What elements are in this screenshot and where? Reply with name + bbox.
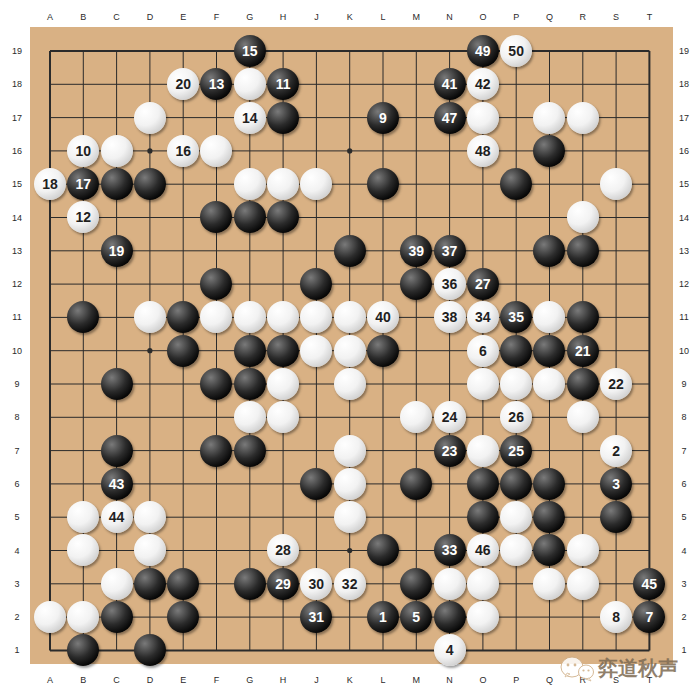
black-stone-C6: 43 xyxy=(101,468,133,500)
row-label-left-5: 5 xyxy=(14,512,19,522)
black-stone-G3 xyxy=(234,568,266,600)
intersection-O5 xyxy=(466,501,499,534)
white-stone-P4 xyxy=(500,534,532,566)
intersection-B14: 12 xyxy=(67,201,100,234)
row-label-right-4: 4 xyxy=(681,546,686,556)
white-stone-P8: 26 xyxy=(500,401,532,433)
black-stone-L17: 9 xyxy=(367,102,399,134)
black-stone-Q4 xyxy=(533,534,565,566)
intersection-S15 xyxy=(599,168,632,201)
row-label-right-11: 11 xyxy=(679,312,688,322)
intersection-K13 xyxy=(333,234,366,267)
white-stone-K11 xyxy=(334,301,366,333)
intersection-G3 xyxy=(233,567,266,600)
intersection-P5 xyxy=(500,501,533,534)
intersection-H9 xyxy=(266,367,299,400)
col-label-top-O: O xyxy=(479,12,486,22)
intersection-D15 xyxy=(133,168,166,201)
white-stone-S2: 8 xyxy=(600,601,632,633)
intersection-L11: 40 xyxy=(366,301,399,334)
intersection-G14 xyxy=(233,201,266,234)
intersection-P11: 35 xyxy=(500,301,533,334)
intersection-J15 xyxy=(300,168,333,201)
black-stone-H10 xyxy=(267,335,299,367)
white-stone-L11: 40 xyxy=(367,301,399,333)
col-label-bottom-G: G xyxy=(246,675,253,685)
row-label-right-3: 3 xyxy=(681,579,686,589)
intersection-P15 xyxy=(500,168,533,201)
intersection-G7 xyxy=(233,434,266,467)
white-stone-K7 xyxy=(334,435,366,467)
col-label-bottom-B: B xyxy=(80,675,86,685)
row-label-left-3: 3 xyxy=(14,579,19,589)
black-stone-L2: 1 xyxy=(367,601,399,633)
row-label-left-13: 13 xyxy=(12,246,22,256)
white-stone-S15 xyxy=(600,168,632,200)
intersection-J2: 31 xyxy=(300,600,333,633)
col-label-top-J: J xyxy=(314,12,319,22)
intersection-Q6 xyxy=(533,467,566,500)
intersection-N3 xyxy=(433,567,466,600)
white-stone-B5 xyxy=(67,501,99,533)
intersection-F11 xyxy=(200,301,233,334)
black-stone-F14 xyxy=(200,201,232,233)
black-stone-M3 xyxy=(400,568,432,600)
intersection-E18: 20 xyxy=(167,68,200,101)
white-stone-C5: 44 xyxy=(101,501,133,533)
white-stone-N8: 24 xyxy=(434,401,466,433)
intersection-B11 xyxy=(67,301,100,334)
intersection-B5 xyxy=(67,501,100,534)
intersection-R13 xyxy=(566,234,599,267)
black-stone-L10 xyxy=(367,335,399,367)
intersection-G8 xyxy=(233,401,266,434)
col-label-bottom-E: E xyxy=(180,675,186,685)
black-stone-G14 xyxy=(234,201,266,233)
white-stone-Q3 xyxy=(533,568,565,600)
intersection-Q4 xyxy=(533,534,566,567)
intersection-N12: 36 xyxy=(433,267,466,300)
col-label-top-K: K xyxy=(347,12,353,22)
white-stone-O2 xyxy=(467,601,499,633)
black-stone-C15 xyxy=(101,168,133,200)
intersection-E3 xyxy=(167,567,200,600)
col-label-top-T: T xyxy=(647,12,653,22)
row-label-left-1: 1 xyxy=(14,645,19,655)
black-stone-O19: 49 xyxy=(467,35,499,67)
intersection-Q5 xyxy=(533,501,566,534)
col-label-top-Q: Q xyxy=(546,12,553,22)
white-stone-E16: 16 xyxy=(167,135,199,167)
row-label-left-6: 6 xyxy=(14,479,19,489)
black-stone-N17: 47 xyxy=(434,102,466,134)
intersection-N4: 33 xyxy=(433,534,466,567)
intersection-F12 xyxy=(200,267,233,300)
row-label-right-9: 9 xyxy=(681,379,686,389)
intersection-P10 xyxy=(500,334,533,367)
intersection-D4 xyxy=(133,534,166,567)
col-label-bottom-N: N xyxy=(446,675,453,685)
intersection-F7 xyxy=(200,434,233,467)
intersection-N1: 4 xyxy=(433,634,466,667)
row-label-left-9: 9 xyxy=(14,379,19,389)
col-label-bottom-H: H xyxy=(280,675,287,685)
col-label-top-D: D xyxy=(147,12,154,22)
col-label-bottom-O: O xyxy=(479,675,486,685)
black-stone-O6 xyxy=(467,468,499,500)
row-label-left-11: 11 xyxy=(12,312,21,322)
black-stone-M6 xyxy=(400,468,432,500)
white-stone-N3 xyxy=(434,568,466,600)
row-label-left-18: 18 xyxy=(12,79,22,89)
intersection-D11 xyxy=(133,301,166,334)
intersection-F16 xyxy=(200,134,233,167)
white-stone-M8 xyxy=(400,401,432,433)
black-stone-Q5 xyxy=(533,501,565,533)
stones-layer: 1549502013114142149471016481817121939373… xyxy=(33,34,666,667)
black-stone-R9 xyxy=(567,368,599,400)
intersection-P6 xyxy=(500,467,533,500)
white-stone-Q17 xyxy=(533,102,565,134)
white-stone-R3 xyxy=(567,568,599,600)
intersection-H10 xyxy=(266,334,299,367)
black-stone-C2 xyxy=(101,601,133,633)
white-stone-G8 xyxy=(234,401,266,433)
intersection-N2 xyxy=(433,600,466,633)
black-stone-B15: 17 xyxy=(67,168,99,200)
intersection-E10 xyxy=(167,334,200,367)
intersection-F14 xyxy=(200,201,233,234)
col-label-top-M: M xyxy=(413,12,421,22)
intersection-D17 xyxy=(133,101,166,134)
white-stone-C16 xyxy=(101,135,133,167)
row-label-right-6: 6 xyxy=(681,479,686,489)
col-label-bottom-K: K xyxy=(347,675,353,685)
intersection-C6: 43 xyxy=(100,467,133,500)
white-stone-O9 xyxy=(467,368,499,400)
col-label-bottom-J: J xyxy=(314,675,319,685)
intersection-J11 xyxy=(300,301,333,334)
row-label-left-4: 4 xyxy=(14,546,19,556)
black-stone-H14 xyxy=(267,201,299,233)
white-stone-P9 xyxy=(500,368,532,400)
intersection-O12: 27 xyxy=(466,267,499,300)
white-stone-B14: 12 xyxy=(67,201,99,233)
col-label-bottom-L: L xyxy=(380,675,385,685)
intersection-Q13 xyxy=(533,234,566,267)
intersection-E16: 16 xyxy=(167,134,200,167)
intersection-R10: 21 xyxy=(566,334,599,367)
col-label-top-B: B xyxy=(80,12,86,22)
row-label-left-15: 15 xyxy=(12,179,22,189)
black-stone-P10 xyxy=(500,335,532,367)
intersection-O9 xyxy=(466,367,499,400)
intersection-L4 xyxy=(366,534,399,567)
intersection-P4 xyxy=(500,534,533,567)
white-stone-P5 xyxy=(500,501,532,533)
row-label-left-10: 10 xyxy=(12,346,22,356)
intersection-C7 xyxy=(100,434,133,467)
black-stone-Q10 xyxy=(533,335,565,367)
intersection-P19: 50 xyxy=(500,34,533,67)
black-stone-N4: 33 xyxy=(434,534,466,566)
row-label-right-17: 17 xyxy=(679,113,689,123)
intersection-D3 xyxy=(133,567,166,600)
intersection-G10 xyxy=(233,334,266,367)
intersection-K10 xyxy=(333,334,366,367)
intersection-O18: 42 xyxy=(466,68,499,101)
intersection-D1 xyxy=(133,634,166,667)
row-label-right-7: 7 xyxy=(681,446,686,456)
intersection-K7 xyxy=(333,434,366,467)
intersection-S2: 8 xyxy=(599,600,632,633)
intersection-C3 xyxy=(100,567,133,600)
white-stone-J10 xyxy=(300,335,332,367)
black-stone-D3 xyxy=(134,568,166,600)
intersection-R4 xyxy=(566,534,599,567)
white-stone-H4: 28 xyxy=(267,534,299,566)
row-label-left-12: 12 xyxy=(12,279,22,289)
intersection-P9 xyxy=(500,367,533,400)
intersection-L15 xyxy=(366,168,399,201)
intersection-R8 xyxy=(566,401,599,434)
row-label-right-13: 13 xyxy=(679,246,689,256)
intersection-G19: 15 xyxy=(233,34,266,67)
black-stone-R10: 21 xyxy=(567,335,599,367)
intersection-G17: 14 xyxy=(233,101,266,134)
intersection-K5 xyxy=(333,501,366,534)
black-stone-G7 xyxy=(234,435,266,467)
col-label-bottom-A: A xyxy=(47,675,53,685)
row-label-right-16: 16 xyxy=(679,146,689,156)
black-stone-G10 xyxy=(234,335,266,367)
black-stone-R11 xyxy=(567,301,599,333)
white-stone-S9: 22 xyxy=(600,368,632,400)
white-stone-O11: 34 xyxy=(467,301,499,333)
white-stone-K3: 32 xyxy=(334,568,366,600)
white-stone-R8 xyxy=(567,401,599,433)
black-stone-P6 xyxy=(500,468,532,500)
black-stone-T2: 7 xyxy=(633,601,665,633)
intersection-J10 xyxy=(300,334,333,367)
black-stone-N7: 23 xyxy=(434,435,466,467)
intersection-O10: 6 xyxy=(466,334,499,367)
intersection-B15: 17 xyxy=(67,168,100,201)
white-stone-O3 xyxy=(467,568,499,600)
black-stone-P7: 25 xyxy=(500,435,532,467)
intersection-K11 xyxy=(333,301,366,334)
white-stone-F11 xyxy=(200,301,232,333)
intersection-E11 xyxy=(167,301,200,334)
black-stone-Q13 xyxy=(533,235,565,267)
intersection-M2: 5 xyxy=(400,600,433,633)
black-stone-N13: 37 xyxy=(434,235,466,267)
black-stone-D1 xyxy=(134,634,166,666)
intersection-C16 xyxy=(100,134,133,167)
intersection-H8 xyxy=(266,401,299,434)
black-stone-B11 xyxy=(67,301,99,333)
col-label-bottom-Q: Q xyxy=(546,675,553,685)
white-stone-H11 xyxy=(267,301,299,333)
black-stone-J2: 31 xyxy=(300,601,332,633)
black-stone-R13 xyxy=(567,235,599,267)
white-stone-K9 xyxy=(334,368,366,400)
intersection-K9 xyxy=(333,367,366,400)
intersection-F18: 13 xyxy=(200,68,233,101)
intersection-K3: 32 xyxy=(333,567,366,600)
intersection-R9 xyxy=(566,367,599,400)
col-label-top-R: R xyxy=(580,12,587,22)
black-stone-B1 xyxy=(67,634,99,666)
black-stone-P11: 35 xyxy=(500,301,532,333)
white-stone-A15: 18 xyxy=(34,168,66,200)
row-label-right-5: 5 xyxy=(681,512,686,522)
col-label-bottom-D: D xyxy=(147,675,154,685)
watermark-text: 弈道秋声 xyxy=(598,655,678,682)
black-stone-H18: 11 xyxy=(267,68,299,100)
white-stone-D4 xyxy=(134,534,166,566)
intersection-H15 xyxy=(266,168,299,201)
col-label-top-G: G xyxy=(246,12,253,22)
intersection-Q3 xyxy=(533,567,566,600)
intersection-C5: 44 xyxy=(100,501,133,534)
row-label-right-12: 12 xyxy=(679,279,689,289)
col-label-top-P: P xyxy=(513,12,519,22)
intersection-Q9 xyxy=(533,367,566,400)
white-stone-G11 xyxy=(234,301,266,333)
intersection-A2 xyxy=(33,600,66,633)
col-label-top-L: L xyxy=(380,12,385,22)
black-stone-C7 xyxy=(101,435,133,467)
intersection-B1 xyxy=(67,634,100,667)
intersection-Q11 xyxy=(533,301,566,334)
intersection-S7: 2 xyxy=(599,434,632,467)
intersection-B4 xyxy=(67,534,100,567)
white-stone-S7: 2 xyxy=(600,435,632,467)
black-stone-P15 xyxy=(500,168,532,200)
white-stone-D17 xyxy=(134,102,166,134)
intersection-R3 xyxy=(566,567,599,600)
intersection-M12 xyxy=(400,267,433,300)
black-stone-F7 xyxy=(200,435,232,467)
white-stone-P19: 50 xyxy=(500,35,532,67)
intersection-G9 xyxy=(233,367,266,400)
white-stone-O17 xyxy=(467,102,499,134)
intersection-O2 xyxy=(466,600,499,633)
black-stone-E2 xyxy=(167,601,199,633)
black-stone-J12 xyxy=(300,268,332,300)
black-stone-C13: 19 xyxy=(101,235,133,267)
white-stone-K6 xyxy=(334,468,366,500)
row-label-right-10: 10 xyxy=(679,346,689,356)
col-label-bottom-M: M xyxy=(413,675,421,685)
intersection-N11: 38 xyxy=(433,301,466,334)
intersection-O17 xyxy=(466,101,499,134)
intersection-E2 xyxy=(167,600,200,633)
black-stone-E10 xyxy=(167,335,199,367)
black-stone-M2: 5 xyxy=(400,601,432,633)
intersection-R11 xyxy=(566,301,599,334)
intersection-Q10 xyxy=(533,334,566,367)
black-stone-E11 xyxy=(167,301,199,333)
intersection-T3: 45 xyxy=(633,567,666,600)
intersection-O16: 48 xyxy=(466,134,499,167)
intersection-H3: 29 xyxy=(266,567,299,600)
black-stone-L4 xyxy=(367,534,399,566)
col-label-top-E: E xyxy=(180,12,186,22)
white-stone-H9 xyxy=(267,368,299,400)
row-label-right-19: 19 xyxy=(679,46,689,56)
intersection-F9 xyxy=(200,367,233,400)
row-label-left-19: 19 xyxy=(12,46,22,56)
white-stone-B16: 10 xyxy=(67,135,99,167)
intersection-P8: 26 xyxy=(500,401,533,434)
white-stone-G15 xyxy=(234,168,266,200)
row-label-right-8: 8 xyxy=(681,412,686,422)
intersection-B16: 10 xyxy=(67,134,100,167)
black-stone-E3 xyxy=(167,568,199,600)
row-label-left-17: 17 xyxy=(12,113,22,123)
intersection-B2 xyxy=(67,600,100,633)
row-label-left-2: 2 xyxy=(14,612,19,622)
white-stone-H8 xyxy=(267,401,299,433)
row-label-right-14: 14 xyxy=(679,213,689,223)
intersection-S9: 22 xyxy=(599,367,632,400)
intersection-N18: 41 xyxy=(433,68,466,101)
intersection-O4: 46 xyxy=(466,534,499,567)
watermark: 弈道秋声 xyxy=(560,655,678,682)
black-stone-F12 xyxy=(200,268,232,300)
white-stone-E18: 20 xyxy=(167,68,199,100)
white-stone-R4 xyxy=(567,534,599,566)
intersection-M8 xyxy=(400,401,433,434)
intersection-K6 xyxy=(333,467,366,500)
white-stone-F16 xyxy=(200,135,232,167)
black-stone-N18: 41 xyxy=(434,68,466,100)
intersection-N17: 47 xyxy=(433,101,466,134)
white-stone-J11 xyxy=(300,301,332,333)
row-label-left-7: 7 xyxy=(14,446,19,456)
col-label-bottom-F: F xyxy=(214,675,220,685)
col-label-top-C: C xyxy=(113,12,120,22)
intersection-R17 xyxy=(566,101,599,134)
intersection-C2 xyxy=(100,600,133,633)
intersection-N8: 24 xyxy=(433,401,466,434)
white-stone-N1: 4 xyxy=(434,634,466,666)
row-label-right-18: 18 xyxy=(679,79,689,89)
col-label-top-A: A xyxy=(47,12,53,22)
intersection-H4: 28 xyxy=(266,534,299,567)
intersection-H14 xyxy=(266,201,299,234)
black-stone-Q16 xyxy=(533,135,565,167)
white-stone-D5 xyxy=(134,501,166,533)
intersection-H11 xyxy=(266,301,299,334)
white-stone-O16: 48 xyxy=(467,135,499,167)
row-label-left-14: 14 xyxy=(12,213,22,223)
white-stone-H15 xyxy=(267,168,299,200)
intersection-C9 xyxy=(100,367,133,400)
white-stone-G18 xyxy=(234,68,266,100)
intersection-O7 xyxy=(466,434,499,467)
white-stone-B2 xyxy=(67,601,99,633)
white-stone-N12: 36 xyxy=(434,268,466,300)
white-stone-C3 xyxy=(101,568,133,600)
intersection-Q17 xyxy=(533,101,566,134)
intersection-M13: 39 xyxy=(400,234,433,267)
white-stone-Q9 xyxy=(533,368,565,400)
white-stone-O4: 46 xyxy=(467,534,499,566)
black-stone-F9 xyxy=(200,368,232,400)
